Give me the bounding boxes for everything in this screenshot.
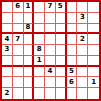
cell-r5c2[interactable] [13,45,24,56]
cell-r2c3[interactable] [24,13,35,24]
cell-r7c8[interactable] [77,67,88,78]
sudoku-board: 61753847238145612 [0,0,101,101]
cell-r9c2[interactable] [13,88,24,99]
cell-r1c5[interactable]: 7 [45,2,56,13]
cell-r6c7[interactable] [67,56,78,67]
cell-r9c7[interactable] [67,88,78,99]
cell-r2c6[interactable] [56,13,67,24]
cell-r2c2[interactable] [13,13,24,24]
cell-r9c1[interactable]: 2 [2,88,13,99]
cell-r2c7[interactable] [67,13,78,24]
cell-r2c9[interactable] [88,13,99,24]
cell-r8c7[interactable]: 6 [67,77,78,88]
cell-r7c5[interactable]: 4 [45,67,56,78]
cell-r4c2[interactable]: 7 [13,34,24,45]
cell-r5c1[interactable]: 3 [2,45,13,56]
cell-r6c1[interactable] [2,56,13,67]
cell-r7c9[interactable] [88,67,99,78]
cell-r4c3[interactable] [24,34,35,45]
cell-r3c1[interactable] [2,24,13,35]
cell-r1c4[interactable] [34,2,45,13]
cell-r7c6[interactable] [56,67,67,78]
cell-r6c4[interactable]: 1 [34,56,45,67]
cell-r6c2[interactable] [13,56,24,67]
cell-r3c4[interactable] [34,24,45,35]
cell-r6c6[interactable] [56,56,67,67]
cell-r9c9[interactable] [88,88,99,99]
cell-r3c3[interactable]: 8 [24,24,35,35]
cell-r3c8[interactable] [77,24,88,35]
cell-r6c5[interactable] [45,56,56,67]
cell-r3c6[interactable] [56,24,67,35]
cell-r2c5[interactable] [45,13,56,24]
cell-r4c9[interactable] [88,34,99,45]
cell-r1c6[interactable]: 5 [56,2,67,13]
cell-r8c4[interactable] [34,77,45,88]
cell-r5c4[interactable]: 8 [34,45,45,56]
cell-r3c2[interactable] [13,24,24,35]
cell-r4c8[interactable]: 2 [77,34,88,45]
cell-r5c7[interactable] [67,45,78,56]
cell-r1c3[interactable]: 1 [24,2,35,13]
cell-r1c8[interactable] [77,2,88,13]
cell-r5c8[interactable] [77,45,88,56]
cell-r1c9[interactable] [88,2,99,13]
cell-r9c6[interactable] [56,88,67,99]
cell-r7c3[interactable] [24,67,35,78]
cell-r2c4[interactable] [34,13,45,24]
cell-r1c2[interactable]: 6 [13,2,24,13]
cell-r4c1[interactable]: 4 [2,34,13,45]
cell-r3c5[interactable] [45,24,56,35]
cell-r5c3[interactable] [24,45,35,56]
cell-r7c2[interactable] [13,67,24,78]
cell-r7c1[interactable] [2,67,13,78]
cell-r8c5[interactable] [45,77,56,88]
cell-r9c3[interactable] [24,88,35,99]
cell-r8c3[interactable] [24,77,35,88]
cell-r8c1[interactable] [2,77,13,88]
cell-r2c1[interactable] [2,13,13,24]
cell-r5c5[interactable] [45,45,56,56]
cell-r1c1[interactable] [2,2,13,13]
cell-r8c2[interactable] [13,77,24,88]
cell-r8c8[interactable] [77,77,88,88]
cell-r5c6[interactable] [56,45,67,56]
cell-r6c8[interactable] [77,56,88,67]
cell-r7c4[interactable] [34,67,45,78]
cell-r3c7[interactable] [67,24,78,35]
cell-r8c9[interactable]: 1 [88,77,99,88]
cell-r4c5[interactable] [45,34,56,45]
cell-r4c7[interactable] [67,34,78,45]
cell-r2c8[interactable]: 3 [77,13,88,24]
cell-r6c3[interactable] [24,56,35,67]
cell-r4c6[interactable] [56,34,67,45]
cell-r9c8[interactable] [77,88,88,99]
cell-r6c9[interactable] [88,56,99,67]
cell-r3c9[interactable] [88,24,99,35]
cell-r5c9[interactable] [88,45,99,56]
cell-r9c5[interactable] [45,88,56,99]
cell-r4c4[interactable] [34,34,45,45]
cell-r8c6[interactable] [56,77,67,88]
cell-r9c4[interactable] [34,88,45,99]
cell-r1c7[interactable] [67,2,78,13]
cell-r7c7[interactable]: 5 [67,67,78,78]
